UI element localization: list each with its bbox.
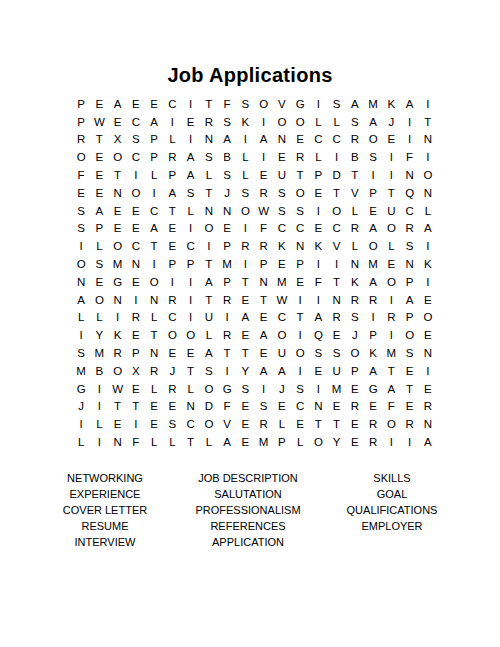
- grid-cell-r6c18[interactable]: T: [382, 184, 400, 202]
- grid-cell-r3c17[interactable]: O: [364, 131, 382, 149]
- grid-cell-r4c4[interactable]: C: [127, 148, 145, 166]
- grid-cell-r14c10[interactable]: E: [236, 326, 254, 344]
- grid-cell-r8c8[interactable]: O: [200, 220, 218, 238]
- grid-cell-r9c12[interactable]: K: [273, 237, 291, 255]
- grid-cell-r9c17[interactable]: O: [364, 237, 382, 255]
- grid-cell-r2c19[interactable]: I: [401, 113, 419, 131]
- grid-cell-r2c18[interactable]: J: [382, 113, 400, 131]
- grid-cell-r1c5[interactable]: E: [145, 95, 163, 113]
- grid-cell-r10c9[interactable]: M: [218, 255, 236, 273]
- grid-cell-r19c12[interactable]: L: [273, 415, 291, 433]
- grid-cell-r11c18[interactable]: O: [382, 273, 400, 291]
- grid-cell-r4c7[interactable]: A: [182, 148, 200, 166]
- grid-cell-r4c3[interactable]: O: [109, 148, 127, 166]
- grid-cell-r16c19[interactable]: E: [401, 362, 419, 380]
- grid-cell-r15c20[interactable]: N: [419, 344, 437, 362]
- grid-cell-r19c15[interactable]: T: [328, 415, 346, 433]
- grid-cell-r2c2[interactable]: W: [90, 113, 108, 131]
- grid-cell-r10c10[interactable]: I: [236, 255, 254, 273]
- grid-cell-r10c19[interactable]: N: [401, 255, 419, 273]
- grid-cell-r10c4[interactable]: N: [127, 255, 145, 273]
- grid-cell-r19c20[interactable]: N: [419, 415, 437, 433]
- grid-cell-r7c5[interactable]: C: [145, 202, 163, 220]
- grid-cell-r9c8[interactable]: I: [200, 237, 218, 255]
- grid-cell-r13c5[interactable]: L: [145, 309, 163, 327]
- grid-cell-r11c13[interactable]: E: [291, 273, 309, 291]
- grid-cell-r6c5[interactable]: I: [145, 184, 163, 202]
- grid-cell-r3c3[interactable]: X: [109, 131, 127, 149]
- grid-cell-r3c9[interactable]: A: [218, 131, 236, 149]
- grid-cell-r7c11[interactable]: W: [255, 202, 273, 220]
- grid-cell-r9c5[interactable]: T: [145, 237, 163, 255]
- grid-cell-r1c10[interactable]: S: [236, 95, 254, 113]
- grid-cell-r20c12[interactable]: P: [273, 433, 291, 451]
- grid-cell-r20c15[interactable]: Y: [328, 433, 346, 451]
- grid-cell-r6c3[interactable]: N: [109, 184, 127, 202]
- grid-cell-r18c7[interactable]: N: [182, 398, 200, 416]
- grid-cell-r15c14[interactable]: S: [309, 344, 327, 362]
- grid-cell-r5c17[interactable]: I: [364, 166, 382, 184]
- grid-cell-r19c1[interactable]: I: [72, 415, 90, 433]
- grid-cell-r20c13[interactable]: L: [291, 433, 309, 451]
- grid-cell-r6c6[interactable]: A: [163, 184, 181, 202]
- grid-cell-r15c8[interactable]: A: [200, 344, 218, 362]
- grid-cell-r2c17[interactable]: A: [364, 113, 382, 131]
- grid-cell-r5c20[interactable]: O: [419, 166, 437, 184]
- grid-cell-r9c4[interactable]: C: [127, 237, 145, 255]
- grid-cell-r3c2[interactable]: T: [90, 131, 108, 149]
- grid-cell-r20c10[interactable]: E: [236, 433, 254, 451]
- grid-cell-r4c12[interactable]: E: [273, 148, 291, 166]
- grid-cell-r17c17[interactable]: G: [364, 380, 382, 398]
- grid-cell-r14c17[interactable]: P: [364, 326, 382, 344]
- grid-cell-r17c18[interactable]: A: [382, 380, 400, 398]
- grid-cell-r14c16[interactable]: J: [346, 326, 364, 344]
- grid-cell-r4c16[interactable]: B: [346, 148, 364, 166]
- grid-cell-r3c20[interactable]: N: [419, 131, 437, 149]
- grid-cell-r9c10[interactable]: R: [236, 237, 254, 255]
- grid-cell-r12c1[interactable]: A: [72, 291, 90, 309]
- grid-cell-r5c3[interactable]: T: [109, 166, 127, 184]
- grid-cell-r7c19[interactable]: C: [401, 202, 419, 220]
- grid-cell-r14c8[interactable]: L: [200, 326, 218, 344]
- grid-cell-r7c14[interactable]: I: [309, 202, 327, 220]
- grid-cell-r18c11[interactable]: S: [255, 398, 273, 416]
- grid-cell-r7c2[interactable]: A: [90, 202, 108, 220]
- grid-cell-r7c3[interactable]: E: [109, 202, 127, 220]
- grid-cell-r18c4[interactable]: T: [127, 398, 145, 416]
- grid-cell-r19c5[interactable]: E: [145, 415, 163, 433]
- grid-cell-r16c6[interactable]: J: [163, 362, 181, 380]
- grid-cell-r19c2[interactable]: L: [90, 415, 108, 433]
- grid-cell-r15c7[interactable]: E: [182, 344, 200, 362]
- grid-cell-r8c19[interactable]: R: [401, 220, 419, 238]
- grid-cell-r12c17[interactable]: R: [364, 291, 382, 309]
- grid-cell-r18c1[interactable]: J: [72, 398, 90, 416]
- grid-cell-r15c1[interactable]: S: [72, 344, 90, 362]
- grid-cell-r5c19[interactable]: N: [401, 166, 419, 184]
- grid-cell-r17c13[interactable]: S: [291, 380, 309, 398]
- grid-cell-r13c12[interactable]: C: [273, 309, 291, 327]
- grid-cell-r12c6[interactable]: R: [163, 291, 181, 309]
- grid-cell-r9c16[interactable]: L: [346, 237, 364, 255]
- grid-cell-r10c17[interactable]: M: [364, 255, 382, 273]
- grid-cell-r17c19[interactable]: T: [401, 380, 419, 398]
- grid-cell-r17c1[interactable]: G: [72, 380, 90, 398]
- grid-cell-r18c8[interactable]: D: [200, 398, 218, 416]
- grid-cell-r3c12[interactable]: N: [273, 131, 291, 149]
- grid-cell-r18c9[interactable]: F: [218, 398, 236, 416]
- grid-cell-r18c14[interactable]: N: [309, 398, 327, 416]
- grid-cell-r8c10[interactable]: I: [236, 220, 254, 238]
- grid-cell-r9c2[interactable]: L: [90, 237, 108, 255]
- grid-cell-r17c5[interactable]: L: [145, 380, 163, 398]
- grid-cell-r3c11[interactable]: A: [255, 131, 273, 149]
- grid-cell-r3c1[interactable]: R: [72, 131, 90, 149]
- grid-cell-r6c9[interactable]: J: [218, 184, 236, 202]
- grid-cell-r15c13[interactable]: O: [291, 344, 309, 362]
- grid-cell-r15c10[interactable]: T: [236, 344, 254, 362]
- grid-cell-r1c1[interactable]: P: [72, 95, 90, 113]
- grid-cell-r20c5[interactable]: L: [145, 433, 163, 451]
- grid-cell-r7c13[interactable]: S: [291, 202, 309, 220]
- grid-cell-r13c11[interactable]: E: [255, 309, 273, 327]
- grid-cell-r11c8[interactable]: A: [200, 273, 218, 291]
- grid-cell-r2c11[interactable]: I: [255, 113, 273, 131]
- grid-cell-r11c17[interactable]: A: [364, 273, 382, 291]
- grid-cell-r12c4[interactable]: I: [127, 291, 145, 309]
- grid-cell-r3c18[interactable]: E: [382, 131, 400, 149]
- grid-cell-r20c14[interactable]: O: [309, 433, 327, 451]
- grid-cell-r10c5[interactable]: I: [145, 255, 163, 273]
- grid-cell-r9c3[interactable]: O: [109, 237, 127, 255]
- grid-cell-r7c4[interactable]: E: [127, 202, 145, 220]
- grid-cell-r11c2[interactable]: E: [90, 273, 108, 291]
- grid-cell-r2c10[interactable]: K: [236, 113, 254, 131]
- grid-cell-r19c3[interactable]: E: [109, 415, 127, 433]
- grid-cell-r2c1[interactable]: P: [72, 113, 90, 131]
- grid-cell-r5c16[interactable]: T: [346, 166, 364, 184]
- grid-cell-r1c4[interactable]: E: [127, 95, 145, 113]
- grid-cell-r14c19[interactable]: O: [401, 326, 419, 344]
- grid-cell-r19c10[interactable]: E: [236, 415, 254, 433]
- grid-cell-r9c18[interactable]: L: [382, 237, 400, 255]
- grid-cell-r16c18[interactable]: T: [382, 362, 400, 380]
- grid-cell-r1c16[interactable]: A: [346, 95, 364, 113]
- grid-cell-r9c14[interactable]: K: [309, 237, 327, 255]
- grid-cell-r16c4[interactable]: X: [127, 362, 145, 380]
- grid-cell-r2c16[interactable]: S: [346, 113, 364, 131]
- grid-cell-r6c7[interactable]: S: [182, 184, 200, 202]
- grid-cell-r13c3[interactable]: I: [109, 309, 127, 327]
- grid-cell-r5c18[interactable]: I: [382, 166, 400, 184]
- grid-cell-r6c2[interactable]: E: [90, 184, 108, 202]
- grid-cell-r8c14[interactable]: E: [309, 220, 327, 238]
- grid-cell-r12c9[interactable]: R: [218, 291, 236, 309]
- grid-cell-r10c20[interactable]: K: [419, 255, 437, 273]
- grid-cell-r12c15[interactable]: N: [328, 291, 346, 309]
- grid-cell-r16c7[interactable]: T: [182, 362, 200, 380]
- grid-cell-r11c16[interactable]: K: [346, 273, 364, 291]
- grid-cell-r1c14[interactable]: I: [309, 95, 327, 113]
- grid-cell-r8c13[interactable]: C: [291, 220, 309, 238]
- grid-cell-r1c7[interactable]: I: [182, 95, 200, 113]
- grid-cell-r15c2[interactable]: M: [90, 344, 108, 362]
- grid-cell-r1c9[interactable]: F: [218, 95, 236, 113]
- grid-cell-r2c12[interactable]: O: [273, 113, 291, 131]
- grid-cell-r19c11[interactable]: R: [255, 415, 273, 433]
- grid-cell-r18c5[interactable]: E: [145, 398, 163, 416]
- grid-cell-r14c1[interactable]: I: [72, 326, 90, 344]
- grid-cell-r4c14[interactable]: L: [309, 148, 327, 166]
- grid-cell-r9c6[interactable]: E: [163, 237, 181, 255]
- grid-cell-r5c8[interactable]: L: [200, 166, 218, 184]
- grid-cell-r16c11[interactable]: A: [255, 362, 273, 380]
- grid-cell-r15c12[interactable]: U: [273, 344, 291, 362]
- grid-cell-r16c8[interactable]: S: [200, 362, 218, 380]
- grid-cell-r16c5[interactable]: R: [145, 362, 163, 380]
- grid-cell-r15c9[interactable]: T: [218, 344, 236, 362]
- grid-cell-r11c11[interactable]: N: [255, 273, 273, 291]
- grid-cell-r17c11[interactable]: I: [255, 380, 273, 398]
- grid-cell-r16c10[interactable]: Y: [236, 362, 254, 380]
- grid-cell-r6c13[interactable]: O: [291, 184, 309, 202]
- grid-cell-r12c5[interactable]: N: [145, 291, 163, 309]
- grid-cell-r4c9[interactable]: B: [218, 148, 236, 166]
- grid-cell-r7c18[interactable]: U: [382, 202, 400, 220]
- grid-cell-r4c18[interactable]: I: [382, 148, 400, 166]
- grid-cell-r11c3[interactable]: G: [109, 273, 127, 291]
- grid-cell-r10c1[interactable]: O: [72, 255, 90, 273]
- grid-cell-r8c2[interactable]: P: [90, 220, 108, 238]
- grid-cell-r1c3[interactable]: A: [109, 95, 127, 113]
- grid-cell-r17c15[interactable]: M: [328, 380, 346, 398]
- grid-cell-r20c11[interactable]: M: [255, 433, 273, 451]
- grid-cell-r4c20[interactable]: I: [419, 148, 437, 166]
- grid-cell-r1c6[interactable]: C: [163, 95, 181, 113]
- grid-cell-r3c19[interactable]: I: [401, 131, 419, 149]
- grid-cell-r5c5[interactable]: L: [145, 166, 163, 184]
- grid-cell-r18c10[interactable]: E: [236, 398, 254, 416]
- grid-cell-r10c7[interactable]: P: [182, 255, 200, 273]
- grid-cell-r12c14[interactable]: I: [309, 291, 327, 309]
- grid-cell-r5c9[interactable]: S: [218, 166, 236, 184]
- grid-cell-r14c9[interactable]: R: [218, 326, 236, 344]
- grid-cell-r10c14[interactable]: I: [309, 255, 327, 273]
- grid-cell-r16c14[interactable]: E: [309, 362, 327, 380]
- grid-cell-r13c4[interactable]: R: [127, 309, 145, 327]
- grid-cell-r13c16[interactable]: S: [346, 309, 364, 327]
- grid-cell-r18c17[interactable]: E: [364, 398, 382, 416]
- grid-cell-r6c16[interactable]: V: [346, 184, 364, 202]
- grid-cell-r4c2[interactable]: E: [90, 148, 108, 166]
- grid-cell-r16c3[interactable]: O: [109, 362, 127, 380]
- grid-cell-r11c12[interactable]: M: [273, 273, 291, 291]
- grid-cell-r2c7[interactable]: E: [182, 113, 200, 131]
- grid-cell-r10c8[interactable]: T: [200, 255, 218, 273]
- grid-cell-r7c1[interactable]: S: [72, 202, 90, 220]
- grid-cell-r7c17[interactable]: E: [364, 202, 382, 220]
- grid-cell-r1c18[interactable]: K: [382, 95, 400, 113]
- grid-cell-r16c15[interactable]: U: [328, 362, 346, 380]
- grid-cell-r18c18[interactable]: F: [382, 398, 400, 416]
- grid-cell-r10c6[interactable]: P: [163, 255, 181, 273]
- grid-cell-r12c11[interactable]: T: [255, 291, 273, 309]
- grid-cell-r4c10[interactable]: L: [236, 148, 254, 166]
- grid-cell-r2c20[interactable]: T: [419, 113, 437, 131]
- grid-cell-r16c17[interactable]: A: [364, 362, 382, 380]
- grid-cell-r9c20[interactable]: I: [419, 237, 437, 255]
- grid-cell-r9c1[interactable]: I: [72, 237, 90, 255]
- grid-cell-r8c9[interactable]: E: [218, 220, 236, 238]
- grid-cell-r11c6[interactable]: I: [163, 273, 181, 291]
- grid-cell-r15c6[interactable]: E: [163, 344, 181, 362]
- grid-cell-r8c3[interactable]: E: [109, 220, 127, 238]
- grid-cell-r1c8[interactable]: T: [200, 95, 218, 113]
- grid-cell-r5c14[interactable]: P: [309, 166, 327, 184]
- grid-cell-r19c18[interactable]: O: [382, 415, 400, 433]
- grid-cell-r14c6[interactable]: O: [163, 326, 181, 344]
- grid-cell-r6c14[interactable]: E: [309, 184, 327, 202]
- grid-cell-r7c9[interactable]: N: [218, 202, 236, 220]
- grid-cell-r9c7[interactable]: C: [182, 237, 200, 255]
- grid-cell-r10c3[interactable]: M: [109, 255, 127, 273]
- grid-cell-r18c12[interactable]: E: [273, 398, 291, 416]
- grid-cell-r16c13[interactable]: I: [291, 362, 309, 380]
- grid-cell-r19c17[interactable]: R: [364, 415, 382, 433]
- grid-cell-r17c12[interactable]: J: [273, 380, 291, 398]
- grid-cell-r16c9[interactable]: I: [218, 362, 236, 380]
- grid-cell-r1c15[interactable]: S: [328, 95, 346, 113]
- grid-cell-r18c13[interactable]: C: [291, 398, 309, 416]
- grid-cell-r11c14[interactable]: F: [309, 273, 327, 291]
- grid-cell-r20c16[interactable]: E: [346, 433, 364, 451]
- grid-cell-r20c17[interactable]: R: [364, 433, 382, 451]
- grid-cell-r1c11[interactable]: O: [255, 95, 273, 113]
- grid-cell-r12c3[interactable]: N: [109, 291, 127, 309]
- grid-cell-r16c16[interactable]: P: [346, 362, 364, 380]
- grid-cell-r14c15[interactable]: E: [328, 326, 346, 344]
- grid-cell-r9c13[interactable]: N: [291, 237, 309, 255]
- grid-cell-r18c2[interactable]: I: [90, 398, 108, 416]
- grid-cell-r19c4[interactable]: I: [127, 415, 145, 433]
- grid-cell-r2c4[interactable]: C: [127, 113, 145, 131]
- grid-cell-r19c13[interactable]: E: [291, 415, 309, 433]
- grid-cell-r15c11[interactable]: E: [255, 344, 273, 362]
- grid-cell-r9c9[interactable]: P: [218, 237, 236, 255]
- grid-cell-r4c11[interactable]: I: [255, 148, 273, 166]
- grid-cell-r13c13[interactable]: T: [291, 309, 309, 327]
- grid-cell-r15c3[interactable]: R: [109, 344, 127, 362]
- grid-cell-r3c10[interactable]: I: [236, 131, 254, 149]
- grid-cell-r10c18[interactable]: E: [382, 255, 400, 273]
- grid-cell-r12c10[interactable]: E: [236, 291, 254, 309]
- grid-cell-r6c10[interactable]: S: [236, 184, 254, 202]
- grid-cell-r12c8[interactable]: T: [200, 291, 218, 309]
- grid-cell-r15c4[interactable]: P: [127, 344, 145, 362]
- grid-cell-r12c16[interactable]: R: [346, 291, 364, 309]
- grid-cell-r14c11[interactable]: A: [255, 326, 273, 344]
- grid-cell-r7c20[interactable]: L: [419, 202, 437, 220]
- grid-cell-r19c19[interactable]: R: [401, 415, 419, 433]
- grid-cell-r14c18[interactable]: I: [382, 326, 400, 344]
- grid-cell-r5c11[interactable]: E: [255, 166, 273, 184]
- grid-cell-r9c19[interactable]: S: [401, 237, 419, 255]
- grid-cell-r17c16[interactable]: E: [346, 380, 364, 398]
- grid-cell-r13c2[interactable]: L: [90, 309, 108, 327]
- grid-cell-r9c15[interactable]: V: [328, 237, 346, 255]
- grid-cell-r2c5[interactable]: A: [145, 113, 163, 131]
- grid-cell-r13c19[interactable]: P: [401, 309, 419, 327]
- grid-cell-r4c19[interactable]: F: [401, 148, 419, 166]
- grid-cell-r13c7[interactable]: I: [182, 309, 200, 327]
- grid-cell-r20c9[interactable]: A: [218, 433, 236, 451]
- grid-cell-r16c2[interactable]: B: [90, 362, 108, 380]
- grid-cell-r1c17[interactable]: M: [364, 95, 382, 113]
- grid-cell-r7c8[interactable]: N: [200, 202, 218, 220]
- grid-cell-r14c7[interactable]: O: [182, 326, 200, 344]
- grid-cell-r4c15[interactable]: I: [328, 148, 346, 166]
- grid-cell-r10c15[interactable]: I: [328, 255, 346, 273]
- grid-cell-r14c5[interactable]: T: [145, 326, 163, 344]
- grid-cell-r8c17[interactable]: A: [364, 220, 382, 238]
- grid-cell-r3c16[interactable]: R: [346, 131, 364, 149]
- grid-cell-r13c6[interactable]: C: [163, 309, 181, 327]
- grid-cell-r7c6[interactable]: T: [163, 202, 181, 220]
- grid-cell-r15c18[interactable]: M: [382, 344, 400, 362]
- grid-cell-r6c12[interactable]: S: [273, 184, 291, 202]
- grid-cell-r8c5[interactable]: A: [145, 220, 163, 238]
- grid-cell-r6c1[interactable]: E: [72, 184, 90, 202]
- grid-cell-r6c19[interactable]: Q: [401, 184, 419, 202]
- grid-cell-r3c6[interactable]: L: [163, 131, 181, 149]
- grid-cell-r13c8[interactable]: U: [200, 309, 218, 327]
- grid-cell-r11c4[interactable]: E: [127, 273, 145, 291]
- grid-cell-r13c15[interactable]: R: [328, 309, 346, 327]
- grid-cell-r5c1[interactable]: F: [72, 166, 90, 184]
- grid-cell-r20c7[interactable]: T: [182, 433, 200, 451]
- grid-cell-r13c1[interactable]: L: [72, 309, 90, 327]
- grid-cell-r16c12[interactable]: A: [273, 362, 291, 380]
- grid-cell-r19c9[interactable]: V: [218, 415, 236, 433]
- grid-cell-r4c13[interactable]: R: [291, 148, 309, 166]
- grid-cell-r9c11[interactable]: R: [255, 237, 273, 255]
- grid-cell-r17c6[interactable]: R: [163, 380, 181, 398]
- grid-cell-r12c13[interactable]: I: [291, 291, 309, 309]
- grid-cell-r5c15[interactable]: D: [328, 166, 346, 184]
- grid-cell-r1c19[interactable]: A: [401, 95, 419, 113]
- grid-cell-r13c20[interactable]: O: [419, 309, 437, 327]
- grid-cell-r4c5[interactable]: P: [145, 148, 163, 166]
- grid-cell-r5c2[interactable]: E: [90, 166, 108, 184]
- grid-cell-r2c13[interactable]: O: [291, 113, 309, 131]
- grid-cell-r15c17[interactable]: K: [364, 344, 382, 362]
- grid-cell-r19c6[interactable]: S: [163, 415, 181, 433]
- grid-cell-r19c14[interactable]: T: [309, 415, 327, 433]
- grid-cell-r11c1[interactable]: N: [72, 273, 90, 291]
- grid-cell-r1c20[interactable]: I: [419, 95, 437, 113]
- grid-cell-r20c2[interactable]: I: [90, 433, 108, 451]
- grid-cell-r18c3[interactable]: T: [109, 398, 127, 416]
- grid-cell-r4c1[interactable]: O: [72, 148, 90, 166]
- grid-cell-r8c11[interactable]: F: [255, 220, 273, 238]
- grid-cell-r3c4[interactable]: S: [127, 131, 145, 149]
- grid-cell-r12c20[interactable]: E: [419, 291, 437, 309]
- grid-cell-r11c7[interactable]: I: [182, 273, 200, 291]
- grid-cell-r10c2[interactable]: S: [90, 255, 108, 273]
- grid-cell-r2c8[interactable]: R: [200, 113, 218, 131]
- grid-cell-r15c15[interactable]: S: [328, 344, 346, 362]
